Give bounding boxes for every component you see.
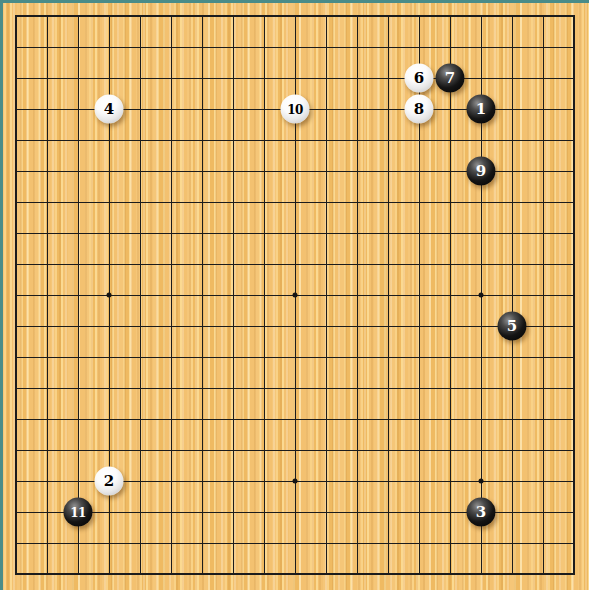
star-point [107, 293, 112, 298]
stone-black-9[interactable]: 9 [467, 157, 496, 186]
star-point [293, 293, 298, 298]
grid-line-vertical [357, 15, 358, 575]
move-number-label: 3 [476, 505, 486, 520]
grid-line-horizontal [15, 419, 575, 420]
go-board-grid[interactable]: 1234567891011 [16, 16, 574, 574]
stone-white-2[interactable]: 2 [95, 467, 124, 496]
grid-line-horizontal [15, 357, 575, 358]
grid-line-vertical [573, 15, 575, 575]
grid-line-horizontal [15, 573, 575, 575]
move-number-label: 4 [104, 102, 114, 117]
move-number-label: 6 [414, 71, 424, 86]
move-number-label: 2 [104, 474, 114, 489]
stone-black-11[interactable]: 11 [64, 498, 93, 527]
stone-black-5[interactable]: 5 [498, 312, 527, 341]
stone-white-10[interactable]: 10 [281, 95, 310, 124]
move-number-label: 8 [414, 102, 424, 117]
grid-line-horizontal [15, 388, 575, 389]
go-board-diagram: 1234567891011 [0, 0, 589, 590]
star-point [479, 479, 484, 484]
grid-line-vertical [326, 15, 327, 575]
stone-black-3[interactable]: 3 [467, 498, 496, 527]
grid-line-vertical [512, 15, 513, 575]
stone-white-8[interactable]: 8 [405, 95, 434, 124]
move-number-label: 1 [476, 102, 486, 117]
star-point [479, 293, 484, 298]
move-number-label: 11 [70, 506, 86, 518]
stone-black-7[interactable]: 7 [436, 64, 465, 93]
move-number-label: 10 [287, 103, 303, 115]
grid-line-horizontal [15, 450, 575, 451]
stone-white-6[interactable]: 6 [405, 64, 434, 93]
move-number-label: 7 [445, 71, 455, 86]
window-frame-top-edge [0, 0, 589, 3]
star-point [293, 479, 298, 484]
stone-black-1[interactable]: 1 [467, 95, 496, 124]
grid-line-horizontal [15, 326, 575, 327]
grid-line-vertical [450, 15, 451, 575]
grid-line-vertical [543, 15, 544, 575]
move-number-label: 5 [507, 319, 517, 334]
grid-line-vertical [388, 15, 389, 575]
move-number-label: 9 [476, 164, 486, 179]
stone-white-4[interactable]: 4 [95, 95, 124, 124]
grid-line-horizontal [15, 543, 575, 544]
window-frame-left-edge [0, 0, 3, 590]
